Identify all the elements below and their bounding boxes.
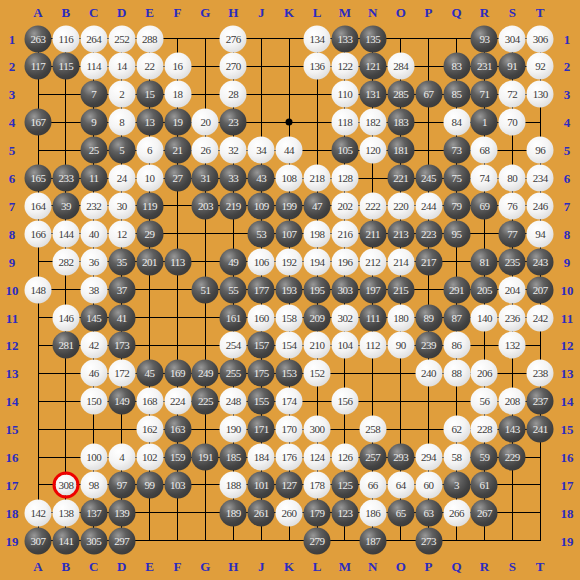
column-label-bottom: L xyxy=(313,560,322,573)
stone[interactable]: 28 xyxy=(220,81,247,108)
stone[interactable]: 245 xyxy=(415,165,442,192)
row-label-left: 9 xyxy=(9,255,16,268)
stone[interactable]: 225 xyxy=(192,388,219,415)
stone[interactable]: 260 xyxy=(276,499,303,526)
stone[interactable]: 1 xyxy=(471,109,498,136)
row-label-left: 4 xyxy=(9,116,16,129)
stone[interactable]: 284 xyxy=(387,53,414,80)
stone[interactable]: 96 xyxy=(527,137,554,164)
stone[interactable]: 66 xyxy=(359,471,386,498)
stone[interactable]: 161 xyxy=(220,304,247,331)
stone[interactable]: 135 xyxy=(359,25,386,52)
stone[interactable]: 25 xyxy=(80,137,107,164)
stone[interactable]: 172 xyxy=(108,360,135,387)
stone[interactable]: 69 xyxy=(471,192,498,219)
stone[interactable]: 88 xyxy=(443,360,470,387)
stone[interactable]: 191 xyxy=(192,444,219,471)
stone[interactable]: 266 xyxy=(443,499,470,526)
stone[interactable]: 9 xyxy=(80,109,107,136)
stone[interactable]: 60 xyxy=(415,471,442,498)
row-label-left: 7 xyxy=(9,199,16,212)
stone[interactable]: 208 xyxy=(499,388,526,415)
stone[interactable]: 168 xyxy=(136,388,163,415)
stone[interactable]: 214 xyxy=(387,248,414,275)
row-label-right: 15 xyxy=(561,423,574,436)
stone[interactable]: 127 xyxy=(276,471,303,498)
stone[interactable]: 74 xyxy=(471,165,498,192)
stone[interactable]: 164 xyxy=(25,192,52,219)
stone[interactable]: 222 xyxy=(359,192,386,219)
stone[interactable]: 240 xyxy=(415,360,442,387)
stone[interactable]: 150 xyxy=(80,388,107,415)
stone[interactable]: 102 xyxy=(136,444,163,471)
stone[interactable]: 149 xyxy=(108,388,135,415)
stone[interactable]: 199 xyxy=(276,192,303,219)
stone[interactable]: 231 xyxy=(471,53,498,80)
stone[interactable]: 15 xyxy=(136,81,163,108)
stone[interactable]: 204 xyxy=(499,276,526,303)
stone[interactable]: 92 xyxy=(527,53,554,80)
stone[interactable]: 55 xyxy=(220,276,247,303)
stone[interactable]: 285 xyxy=(387,81,414,108)
stone[interactable]: 29 xyxy=(136,220,163,247)
stone[interactable]: 107 xyxy=(276,220,303,247)
stone[interactable]: 124 xyxy=(304,444,331,471)
row-label-left: 2 xyxy=(9,60,16,73)
stone[interactable]: 98 xyxy=(80,471,107,498)
stone[interactable]: 114 xyxy=(80,53,107,80)
stone[interactable]: 99 xyxy=(136,471,163,498)
stone[interactable]: 65 xyxy=(387,499,414,526)
stone[interactable]: 157 xyxy=(248,332,275,359)
column-label-bottom: S xyxy=(509,560,516,573)
stone[interactable]: 67 xyxy=(415,81,442,108)
stone[interactable]: 270 xyxy=(220,53,247,80)
row-label-left: 8 xyxy=(9,227,16,240)
stone[interactable]: 21 xyxy=(164,137,191,164)
stone[interactable]: 146 xyxy=(52,304,79,331)
row-label-right: 1 xyxy=(564,32,571,45)
stone[interactable]: 39 xyxy=(52,192,79,219)
stone[interactable]: 75 xyxy=(443,165,470,192)
stone[interactable]: 167 xyxy=(25,109,52,136)
stone[interactable]: 201 xyxy=(136,248,163,275)
stone[interactable]: 243 xyxy=(527,248,554,275)
stone[interactable]: 304 xyxy=(499,25,526,52)
column-label-bottom: E xyxy=(145,560,154,573)
stone[interactable]: 165 xyxy=(25,165,52,192)
stone[interactable]: 42 xyxy=(80,332,107,359)
stone[interactable]: 111 xyxy=(359,304,386,331)
row-label-right: 12 xyxy=(561,339,574,352)
stone[interactable]: 22 xyxy=(136,53,163,80)
stone[interactable]: 293 xyxy=(387,444,414,471)
stone[interactable]: 43 xyxy=(248,165,275,192)
stone[interactable]: 197 xyxy=(359,276,386,303)
stone[interactable]: 180 xyxy=(387,304,414,331)
stone[interactable]: 195 xyxy=(304,276,331,303)
stone[interactable]: 70 xyxy=(499,109,526,136)
stone[interactable]: 61 xyxy=(471,471,498,498)
stone[interactable]: 156 xyxy=(331,388,358,415)
stone[interactable]: 192 xyxy=(276,248,303,275)
stone[interactable]: 279 xyxy=(304,527,331,554)
stone[interactable]: 154 xyxy=(276,332,303,359)
stone[interactable]: 38 xyxy=(80,276,107,303)
stone[interactable]: 93 xyxy=(471,25,498,52)
stone[interactable]: 303 xyxy=(331,276,358,303)
stone[interactable]: 144 xyxy=(52,220,79,247)
stone[interactable]: 177 xyxy=(248,276,275,303)
stone[interactable]: 116 xyxy=(52,25,79,52)
stone[interactable]: 239 xyxy=(415,332,442,359)
stone[interactable]: 211 xyxy=(359,220,386,247)
stone[interactable]: 219 xyxy=(220,192,247,219)
stone[interactable]: 126 xyxy=(331,444,358,471)
row-label-right: 3 xyxy=(564,88,571,101)
column-label-bottom: K xyxy=(284,560,294,573)
stone[interactable]: 142 xyxy=(25,499,52,526)
stone[interactable]: 72 xyxy=(499,81,526,108)
stone[interactable]: 242 xyxy=(527,304,554,331)
stone[interactable]: 198 xyxy=(304,220,331,247)
stone[interactable]: 218 xyxy=(304,165,331,192)
stone[interactable]: 79 xyxy=(443,192,470,219)
stone[interactable]: 118 xyxy=(331,109,358,136)
stone[interactable]: 244 xyxy=(415,192,442,219)
stone[interactable]: 90 xyxy=(387,332,414,359)
stone[interactable]: 237 xyxy=(527,388,554,415)
stone[interactable]: 5 xyxy=(108,137,135,164)
stone[interactable]: 62 xyxy=(443,416,470,443)
stone[interactable]: 302 xyxy=(331,304,358,331)
stone[interactable]: 104 xyxy=(331,332,358,359)
stone[interactable]: 189 xyxy=(220,499,247,526)
stone[interactable]: 3 xyxy=(443,471,470,498)
stone[interactable]: 252 xyxy=(108,25,135,52)
stone[interactable]: 113 xyxy=(164,248,191,275)
column-label-top: Q xyxy=(451,6,461,19)
stone[interactable]: 91 xyxy=(499,53,526,80)
stone[interactable]: 56 xyxy=(471,388,498,415)
stone[interactable]: 205 xyxy=(471,276,498,303)
stone[interactable]: 294 xyxy=(415,444,442,471)
stone[interactable]: 27 xyxy=(164,165,191,192)
stone[interactable]: 203 xyxy=(192,192,219,219)
stone[interactable]: 119 xyxy=(136,192,163,219)
row-label-right: 11 xyxy=(561,311,573,324)
stone[interactable]: 141 xyxy=(52,527,79,554)
stone[interactable]: 187 xyxy=(359,527,386,554)
stone[interactable]: 11 xyxy=(80,165,107,192)
row-label-left: 17 xyxy=(6,478,19,491)
stone[interactable]: 297 xyxy=(108,527,135,554)
stone[interactable]: 263 xyxy=(25,25,52,52)
stone[interactable]: 159 xyxy=(164,444,191,471)
stone[interactable]: 4 xyxy=(108,444,135,471)
stone[interactable]: 33 xyxy=(220,165,247,192)
stone[interactable]: 166 xyxy=(25,220,52,247)
stone[interactable]: 171 xyxy=(248,416,275,443)
stone[interactable]: 249 xyxy=(192,360,219,387)
column-label-bottom: G xyxy=(200,560,210,573)
stone[interactable]: 233 xyxy=(52,165,79,192)
stone[interactable]: 229 xyxy=(499,444,526,471)
column-label-bottom: P xyxy=(425,560,433,573)
stone[interactable]: 183 xyxy=(387,109,414,136)
stone[interactable]: 257 xyxy=(359,444,386,471)
stone[interactable]: 46 xyxy=(80,360,107,387)
stone[interactable]: 59 xyxy=(471,444,498,471)
stone[interactable]: 193 xyxy=(276,276,303,303)
stone[interactable]: 209 xyxy=(304,304,331,331)
stone[interactable]: 139 xyxy=(108,499,135,526)
stone[interactable]: 85 xyxy=(443,81,470,108)
stone[interactable]: 63 xyxy=(415,499,442,526)
stone[interactable]: 155 xyxy=(248,388,275,415)
stone[interactable]: 134 xyxy=(304,25,331,52)
stone[interactable]: 140 xyxy=(471,304,498,331)
column-label-bottom: R xyxy=(480,560,489,573)
stone[interactable]: 6 xyxy=(136,137,163,164)
stone[interactable]: 178 xyxy=(304,471,331,498)
stone[interactable]: 153 xyxy=(276,360,303,387)
stone[interactable]: 170 xyxy=(276,416,303,443)
stone[interactable]: 7 xyxy=(80,81,107,108)
row-label-left: 6 xyxy=(9,172,16,185)
stone[interactable]: 125 xyxy=(331,471,358,498)
stone[interactable]: 236 xyxy=(499,304,526,331)
stone[interactable]: 136 xyxy=(304,53,331,80)
stone[interactable]: 87 xyxy=(443,304,470,331)
stone[interactable]: 89 xyxy=(415,304,442,331)
stone[interactable]: 73 xyxy=(443,137,470,164)
stone[interactable]: 276 xyxy=(220,25,247,52)
stone[interactable]: 175 xyxy=(248,360,275,387)
column-label-top: L xyxy=(313,6,322,19)
stone[interactable]: 145 xyxy=(80,304,107,331)
stone[interactable]: 108 xyxy=(276,165,303,192)
stone[interactable]: 143 xyxy=(499,416,526,443)
stone[interactable]: 217 xyxy=(415,248,442,275)
stone[interactable]: 123 xyxy=(331,499,358,526)
stone[interactable]: 174 xyxy=(276,388,303,415)
stone[interactable]: 186 xyxy=(359,499,386,526)
stone[interactable]: 76 xyxy=(499,192,526,219)
stone[interactable]: 58 xyxy=(443,444,470,471)
stone[interactable]: 103 xyxy=(164,471,191,498)
stone[interactable]: 258 xyxy=(359,416,386,443)
stone[interactable]: 221 xyxy=(387,165,414,192)
stone[interactable]: 49 xyxy=(220,248,247,275)
stone[interactable]: 47 xyxy=(304,192,331,219)
go-board[interactable]: AABBCCDDEEFFGGHHJJKKLLMMNNOOPPQQRRSSTT11… xyxy=(0,0,580,580)
column-label-top: T xyxy=(536,6,545,19)
row-label-right: 13 xyxy=(561,367,574,380)
stone[interactable]: 106 xyxy=(248,248,275,275)
stone[interactable]: 254 xyxy=(220,332,247,359)
stone[interactable]: 306 xyxy=(527,25,554,52)
stone[interactable]: 264 xyxy=(80,25,107,52)
stone[interactable]: 86 xyxy=(443,332,470,359)
stone[interactable]: 30 xyxy=(108,192,135,219)
stone[interactable]: 112 xyxy=(359,332,386,359)
stone[interactable]: 37 xyxy=(108,276,135,303)
stone[interactable]: 19 xyxy=(164,109,191,136)
stone[interactable]: 190 xyxy=(220,416,247,443)
stone[interactable]: 179 xyxy=(304,499,331,526)
stone[interactable]: 51 xyxy=(192,276,219,303)
stone[interactable]: 117 xyxy=(25,53,52,80)
stone[interactable]: 105 xyxy=(331,137,358,164)
stone[interactable]: 100 xyxy=(80,444,107,471)
stone[interactable]: 26 xyxy=(192,137,219,164)
stone[interactable]: 207 xyxy=(527,276,554,303)
row-label-right: 9 xyxy=(564,255,571,268)
stone[interactable]: 158 xyxy=(276,304,303,331)
stone[interactable]: 18 xyxy=(164,81,191,108)
stone[interactable]: 77 xyxy=(499,220,526,247)
stone[interactable]: 64 xyxy=(387,471,414,498)
column-label-bottom: F xyxy=(174,560,182,573)
stone[interactable]: 16 xyxy=(164,53,191,80)
column-label-bottom: A xyxy=(33,560,42,573)
stone[interactable]: 53 xyxy=(248,220,275,247)
stone[interactable]: 13 xyxy=(136,109,163,136)
stone[interactable]: 10 xyxy=(136,165,163,192)
stone[interactable]: 137 xyxy=(80,499,107,526)
stone[interactable]: 281 xyxy=(52,332,79,359)
stone[interactable]: 84 xyxy=(443,109,470,136)
stone[interactable]: 282 xyxy=(52,248,79,275)
stone[interactable]: 24 xyxy=(108,165,135,192)
stone[interactable]: 267 xyxy=(471,499,498,526)
stone[interactable]: 35 xyxy=(108,248,135,275)
stone[interactable]: 307 xyxy=(25,527,52,554)
stone[interactable]: 213 xyxy=(387,220,414,247)
stone[interactable]: 121 xyxy=(359,53,386,80)
stone[interactable]: 255 xyxy=(220,360,247,387)
stone[interactable]: 68 xyxy=(471,137,498,164)
stone[interactable]: 23 xyxy=(220,109,247,136)
row-label-left: 14 xyxy=(6,395,19,408)
stone[interactable]: 133 xyxy=(331,25,358,52)
stone[interactable]: 212 xyxy=(359,248,386,275)
stone[interactable]: 94 xyxy=(527,220,554,247)
stone[interactable]: 196 xyxy=(331,248,358,275)
stone[interactable]: 31 xyxy=(192,165,219,192)
stone[interactable]: 288 xyxy=(136,25,163,52)
stone[interactable]: 41 xyxy=(108,304,135,331)
stone[interactable]: 235 xyxy=(499,248,526,275)
stone[interactable]: 202 xyxy=(331,192,358,219)
stone[interactable]: 130 xyxy=(527,81,554,108)
row-label-left: 1 xyxy=(9,32,16,45)
stone[interactable]: 210 xyxy=(304,332,331,359)
stone[interactable]: 215 xyxy=(387,276,414,303)
stone[interactable]: 160 xyxy=(248,304,275,331)
stone[interactable]: 241 xyxy=(527,416,554,443)
stone[interactable]: 238 xyxy=(527,360,554,387)
stone[interactable]: 224 xyxy=(164,388,191,415)
stone[interactable]: 148 xyxy=(25,276,52,303)
stone[interactable]: 185 xyxy=(220,444,247,471)
stone[interactable]: 71 xyxy=(471,81,498,108)
stone[interactable]: 169 xyxy=(164,360,191,387)
stone[interactable]: 234 xyxy=(527,165,554,192)
stone[interactable]: 2 xyxy=(108,81,135,108)
stone[interactable]: 308 xyxy=(52,471,79,498)
stone[interactable]: 97 xyxy=(108,471,135,498)
stone[interactable]: 95 xyxy=(443,220,470,247)
stone[interactable]: 44 xyxy=(276,137,303,164)
stone[interactable]: 246 xyxy=(527,192,554,219)
stone[interactable]: 162 xyxy=(136,416,163,443)
stone[interactable]: 261 xyxy=(248,499,275,526)
column-label-bottom: J xyxy=(258,560,265,573)
stone[interactable]: 40 xyxy=(80,220,107,247)
stone[interactable]: 45 xyxy=(136,360,163,387)
stone[interactable]: 20 xyxy=(192,109,219,136)
stone[interactable]: 80 xyxy=(499,165,526,192)
stone[interactable]: 131 xyxy=(359,81,386,108)
stone[interactable]: 248 xyxy=(220,388,247,415)
stone[interactable]: 122 xyxy=(331,53,358,80)
row-label-left: 12 xyxy=(6,339,19,352)
stone[interactable]: 194 xyxy=(304,248,331,275)
stone[interactable]: 110 xyxy=(331,81,358,108)
stone[interactable]: 216 xyxy=(331,220,358,247)
stone[interactable]: 36 xyxy=(80,248,107,275)
stone[interactable]: 132 xyxy=(499,332,526,359)
column-label-bottom: O xyxy=(396,560,406,573)
stone[interactable]: 34 xyxy=(248,137,275,164)
stone[interactable]: 115 xyxy=(52,53,79,80)
stone[interactable]: 232 xyxy=(80,192,107,219)
stone[interactable]: 8 xyxy=(108,109,135,136)
stone[interactable]: 291 xyxy=(443,276,470,303)
stone[interactable]: 228 xyxy=(471,416,498,443)
stone[interactable]: 220 xyxy=(387,192,414,219)
stone[interactable]: 182 xyxy=(359,109,386,136)
stone[interactable]: 109 xyxy=(248,192,275,219)
stone[interactable]: 32 xyxy=(220,137,247,164)
stone[interactable]: 81 xyxy=(471,248,498,275)
stone[interactable]: 83 xyxy=(443,53,470,80)
row-label-left: 15 xyxy=(6,423,19,436)
stone[interactable]: 300 xyxy=(304,416,331,443)
stone[interactable]: 173 xyxy=(108,332,135,359)
stone[interactable]: 128 xyxy=(331,165,358,192)
stone[interactable]: 12 xyxy=(108,220,135,247)
stone[interactable]: 152 xyxy=(304,360,331,387)
stone[interactable]: 184 xyxy=(248,444,275,471)
stone[interactable]: 101 xyxy=(248,471,275,498)
stone[interactable]: 176 xyxy=(276,444,303,471)
stone[interactable]: 14 xyxy=(108,53,135,80)
stone[interactable]: 305 xyxy=(80,527,107,554)
stone[interactable]: 206 xyxy=(471,360,498,387)
stone[interactable]: 120 xyxy=(359,137,386,164)
stone[interactable]: 273 xyxy=(415,527,442,554)
stone[interactable]: 188 xyxy=(220,471,247,498)
stone[interactable]: 138 xyxy=(52,499,79,526)
column-label-top: H xyxy=(228,6,238,19)
stone[interactable]: 223 xyxy=(415,220,442,247)
column-label-top: F xyxy=(174,6,182,19)
stone[interactable]: 181 xyxy=(387,137,414,164)
stone[interactable]: 163 xyxy=(164,416,191,443)
